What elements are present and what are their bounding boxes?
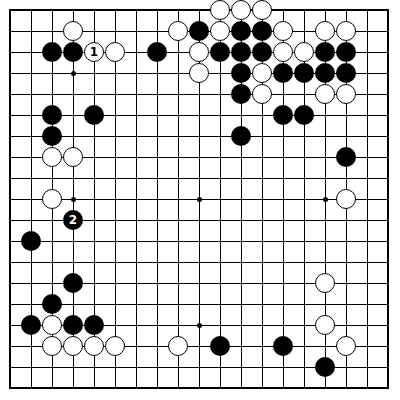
grid-line-vertical [367, 9, 368, 389]
black-stone[interactable] [315, 63, 335, 83]
black-stone[interactable] [84, 105, 104, 125]
white-stone[interactable] [168, 336, 188, 356]
black-stone[interactable] [21, 231, 41, 251]
black-stone[interactable] [84, 315, 104, 335]
grid-line-horizontal [9, 241, 389, 242]
go-diagram-page: 12 [0, 0, 400, 400]
white-stone[interactable] [336, 189, 356, 209]
black-stone[interactable] [42, 294, 62, 314]
black-stone[interactable] [231, 21, 251, 41]
white-stone[interactable] [294, 42, 314, 62]
black-stone[interactable] [252, 21, 272, 41]
black-stone[interactable] [336, 63, 356, 83]
white-stone[interactable] [63, 21, 83, 41]
grid-line-horizontal [9, 304, 389, 305]
black-stone[interactable] [210, 42, 230, 62]
move-2-black-stone[interactable]: 2 [63, 210, 83, 230]
black-stone[interactable] [336, 42, 356, 62]
white-stone[interactable] [63, 336, 83, 356]
black-stone[interactable] [63, 42, 83, 62]
star-point [197, 197, 202, 202]
black-stone[interactable] [63, 273, 83, 293]
black-stone[interactable] [21, 315, 41, 335]
black-stone[interactable] [231, 84, 251, 104]
move-1-white-stone[interactable]: 1 [84, 42, 104, 62]
black-stone[interactable] [273, 63, 293, 83]
white-stone[interactable] [42, 189, 62, 209]
white-stone[interactable] [63, 147, 83, 167]
black-stone[interactable] [315, 42, 335, 62]
black-stone[interactable] [315, 357, 335, 377]
white-stone[interactable] [84, 336, 104, 356]
grid-line-horizontal [9, 262, 389, 263]
white-stone[interactable] [336, 21, 356, 41]
star-point [197, 323, 202, 328]
black-stone[interactable] [273, 336, 293, 356]
white-stone[interactable] [42, 336, 62, 356]
white-stone[interactable] [189, 63, 209, 83]
white-stone[interactable] [210, 21, 230, 41]
white-stone[interactable] [189, 42, 209, 62]
black-stone[interactable] [210, 336, 230, 356]
white-stone[interactable] [252, 63, 272, 83]
black-stone[interactable] [231, 42, 251, 62]
go-board[interactable]: 12 [0, 0, 400, 400]
white-stone[interactable] [336, 84, 356, 104]
white-stone[interactable] [168, 21, 188, 41]
white-stone[interactable] [273, 42, 293, 62]
white-stone[interactable] [252, 84, 272, 104]
grid-line-vertical [387, 9, 389, 389]
white-stone[interactable] [315, 21, 335, 41]
black-stone[interactable] [336, 147, 356, 167]
black-stone[interactable] [189, 21, 209, 41]
white-stone[interactable] [315, 273, 335, 293]
black-stone[interactable] [252, 42, 272, 62]
black-stone[interactable] [231, 63, 251, 83]
white-stone[interactable] [273, 21, 293, 41]
star-point [323, 197, 328, 202]
white-stone[interactable] [210, 0, 230, 20]
white-stone[interactable] [315, 84, 335, 104]
grid-line-horizontal [9, 387, 389, 389]
white-stone[interactable] [42, 315, 62, 335]
black-stone[interactable] [294, 105, 314, 125]
black-stone[interactable] [273, 105, 293, 125]
white-stone[interactable] [315, 315, 335, 335]
white-stone[interactable] [231, 0, 251, 20]
black-stone[interactable] [231, 126, 251, 146]
black-stone[interactable] [63, 315, 83, 335]
move-number-label: 2 [69, 214, 77, 226]
star-point [71, 197, 76, 202]
black-stone[interactable] [42, 126, 62, 146]
grid-line-vertical [220, 9, 221, 389]
white-stone[interactable] [42, 147, 62, 167]
move-number-label: 1 [90, 46, 98, 58]
black-stone[interactable] [294, 63, 314, 83]
black-stone[interactable] [42, 42, 62, 62]
white-stone[interactable] [105, 42, 125, 62]
white-stone[interactable] [105, 336, 125, 356]
white-stone[interactable] [252, 0, 272, 20]
black-stone[interactable] [147, 42, 167, 62]
star-point [71, 71, 76, 76]
white-stone[interactable] [336, 336, 356, 356]
black-stone[interactable] [42, 105, 62, 125]
